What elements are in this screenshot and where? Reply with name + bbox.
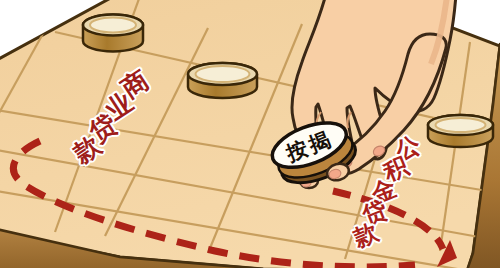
board-piece-1	[83, 15, 143, 52]
board-scene: 按揭	[0, 0, 500, 268]
board-piece-2	[188, 63, 257, 98]
board-piece-3	[428, 115, 493, 147]
illustration: 按揭 商 业 贷 款 公 积 金 贷 款	[0, 0, 500, 268]
